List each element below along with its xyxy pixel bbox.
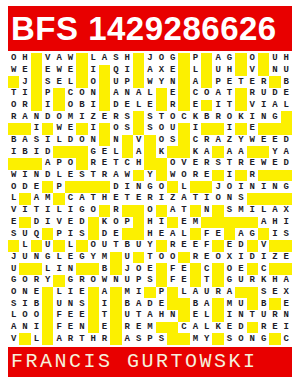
grid-cell: G [224, 53, 235, 65]
grid-cell: I [88, 123, 99, 135]
grid-cell [235, 53, 246, 65]
grid-cell: G [88, 146, 99, 158]
grid-cell: T [99, 310, 110, 322]
grid-cell [178, 298, 189, 310]
grid-cell: A [212, 135, 223, 147]
grid-cell [269, 298, 280, 310]
grid-cell [133, 205, 144, 217]
grid-cell [258, 228, 269, 240]
grid-cell: O [8, 100, 19, 112]
grid-cell [110, 310, 121, 322]
grid-cell: A [212, 88, 223, 100]
grid-cell: R [247, 170, 258, 182]
grid-cell: O [110, 123, 121, 135]
grid-cell [133, 228, 144, 240]
grid-cell: M [224, 298, 235, 310]
grid-cell: Y [144, 240, 155, 252]
grid-cell [31, 65, 42, 77]
grid-cell: H [269, 275, 280, 287]
grid-cell [133, 111, 144, 123]
grid-cell: N [88, 135, 99, 147]
grid-cell: Z [88, 111, 99, 123]
grid-cell [178, 252, 189, 264]
grid-cell: B [122, 240, 133, 252]
grid-cell: E [133, 322, 144, 334]
grid-cell [42, 123, 53, 135]
grid-cell [8, 123, 19, 135]
grid-cell: X [156, 65, 167, 77]
grid-cell [99, 123, 110, 135]
grid-cell [247, 322, 258, 334]
grid-cell [42, 298, 53, 310]
grid-cell: L [258, 205, 269, 217]
grid-cell: O [19, 275, 30, 287]
grid-cell: M [65, 111, 76, 123]
grid-cell: E [269, 322, 280, 334]
grid-cell: A [19, 111, 30, 123]
grid-cell: R [110, 111, 121, 123]
grid-cell: N [31, 111, 42, 123]
grid-cell: S [133, 333, 144, 345]
grid-cell: A [99, 53, 110, 65]
grid-cell: D [42, 146, 53, 158]
grid-cell [156, 322, 167, 334]
grid-cell [99, 205, 110, 217]
grid-cell: I [212, 100, 223, 112]
grid-cell: I [65, 228, 76, 240]
grid-cell: S [110, 53, 121, 65]
grid-cell [133, 170, 144, 182]
grid-cell: O [224, 263, 235, 275]
grid-cell [99, 88, 110, 100]
grid-cell [190, 263, 201, 275]
grid-cell: D [42, 111, 53, 123]
grid-cell: S [224, 205, 235, 217]
grid-cell: H [144, 217, 155, 229]
grid-cell [201, 217, 212, 229]
grid-cell: I [235, 252, 246, 264]
grid-cell: I [247, 205, 258, 217]
grid-cell: E [190, 100, 201, 112]
grid-cell: I [99, 298, 110, 310]
grid-cell: L [53, 252, 64, 264]
grid-cell: W [8, 65, 19, 77]
grid-cell: I [258, 252, 269, 264]
grid-cell: A [190, 76, 201, 88]
grid-cell: E [133, 193, 144, 205]
grid-cell [212, 146, 223, 158]
grid-cell: N [247, 181, 258, 193]
grid-cell: E [144, 263, 155, 275]
grid-cell [53, 193, 64, 205]
grid-cell: S [76, 228, 87, 240]
grid-cell: R [8, 111, 19, 123]
grid-cell: R [269, 310, 280, 322]
grid-cell [42, 310, 53, 322]
grid-cell: U [281, 65, 292, 77]
grid-cell [144, 158, 155, 170]
grid-cell [258, 53, 269, 65]
grid-cell: L [53, 135, 64, 147]
grid-cell [88, 298, 99, 310]
grid-cell: K [156, 146, 167, 158]
grid-cell: E [65, 170, 76, 182]
grid-cell [247, 240, 258, 252]
grid-cell: A [281, 275, 292, 287]
grid-cell: E [247, 123, 258, 135]
grid-cell [247, 217, 258, 229]
grid-cell: O [201, 88, 212, 100]
grid-cell: H [88, 333, 99, 345]
grid-cell: I [31, 146, 42, 158]
grid-cell [88, 322, 99, 334]
grid-cell: X [224, 252, 235, 264]
grid-cell [224, 228, 235, 240]
grid-cell: L [53, 170, 64, 182]
grid-cell [167, 333, 178, 345]
grid-cell: T [110, 158, 121, 170]
grid-cell: E [99, 322, 110, 334]
grid-cell: N [31, 170, 42, 182]
grid-cell: F [201, 240, 212, 252]
grid-cell: R [88, 158, 99, 170]
grid-cell: A [99, 287, 110, 299]
grid-cell [212, 275, 223, 287]
grid-cell: N [235, 310, 246, 322]
grid-cell: S [212, 158, 223, 170]
grid-cell [212, 333, 223, 345]
grid-cell: N [122, 88, 133, 100]
grid-cell: R [247, 275, 258, 287]
grid-cell: B [281, 76, 292, 88]
grid-cell [110, 252, 121, 264]
grid-cell [65, 146, 76, 158]
grid-cell: D [281, 158, 292, 170]
grid-cell: D [110, 100, 121, 112]
grid-cell [76, 181, 87, 193]
grid-cell [167, 146, 178, 158]
grid-cell: N [110, 275, 121, 287]
grid-cell: Q [110, 65, 121, 77]
grid-cell: J [144, 53, 155, 65]
grid-cell: E [42, 65, 53, 77]
grid-cell: D [235, 322, 246, 334]
grid-cell: V [258, 240, 269, 252]
grid-cell: P [212, 76, 223, 88]
grid-cell [53, 146, 64, 158]
grid-cell: T [110, 240, 121, 252]
grid-cell: A [201, 298, 212, 310]
grid-cell: M [235, 205, 246, 217]
grid-cell [167, 217, 178, 229]
grid-cell [42, 228, 53, 240]
grid-cell [110, 298, 121, 310]
grid-cell: W [247, 135, 258, 147]
grid-cell: W [65, 53, 76, 65]
grid-cell [167, 181, 178, 193]
grid-cell: O [8, 53, 19, 65]
grid-cell [8, 158, 19, 170]
grid-cell: B [99, 263, 110, 275]
grid-cell: R [212, 111, 223, 123]
grid-cell [99, 181, 110, 193]
grid-cell: E [167, 65, 178, 77]
grid-cell: T [247, 310, 258, 322]
grid-cell: O [167, 158, 178, 170]
grid-cell [178, 53, 189, 65]
grid-cell [258, 193, 269, 205]
grid-cell: E [190, 310, 201, 322]
grid-cell [212, 263, 223, 275]
grid-cell: T [144, 252, 155, 264]
grid-cell [156, 240, 167, 252]
grid-cell [178, 123, 189, 135]
grid-cell: L [144, 88, 155, 100]
grid-cell: W [258, 158, 269, 170]
grid-cell: A [269, 100, 280, 112]
grid-cell: E [65, 123, 76, 135]
grid-cell [76, 263, 87, 275]
grid-cell: D [76, 217, 87, 229]
grid-cell: N [65, 298, 76, 310]
grid-cell [258, 146, 269, 158]
grid-cell: A [235, 146, 246, 158]
grid-cell: O [76, 88, 87, 100]
grid-cell: I [258, 181, 269, 193]
grid-cell: U [19, 228, 30, 240]
grid-cell: Q [31, 228, 42, 240]
grid-cell: N [110, 135, 121, 147]
grid-cell: J [19, 76, 30, 88]
grid-cell [269, 333, 280, 345]
grid-cell [156, 88, 167, 100]
grid-cell [212, 205, 223, 217]
grid-cell: R [65, 333, 76, 345]
grid-cell: N [281, 310, 292, 322]
grid-cell: P [190, 53, 201, 65]
grid-cell: I [31, 123, 42, 135]
grid-cell: N [65, 263, 76, 275]
grid-cell: C [190, 88, 201, 100]
grid-cell: S [144, 275, 155, 287]
grid-cell: T [190, 193, 201, 205]
grid-cell: A [133, 146, 144, 158]
grid-cell: L [178, 181, 189, 193]
grid-cell: I [42, 135, 53, 147]
grid-cell: O [8, 287, 19, 299]
grid-cell: S [8, 298, 19, 310]
grid-cell: K [258, 275, 269, 287]
grid-cell [53, 88, 64, 100]
grid-cell: O [156, 53, 167, 65]
grid-cell: E [65, 65, 76, 77]
grid-cell: B [19, 146, 30, 158]
grid-cell: J [8, 252, 19, 264]
grid-cell [99, 65, 110, 77]
grid-cell: E [178, 240, 189, 252]
grid-cell: L [133, 100, 144, 112]
grid-cell: E [224, 322, 235, 334]
grid-cell [235, 65, 246, 77]
grid-cell: R [99, 333, 110, 345]
grid-cell [19, 263, 30, 275]
grid-cell: M [99, 252, 110, 264]
grid-cell: R [235, 158, 246, 170]
grid-cell [247, 193, 258, 205]
grid-cell: G [224, 275, 235, 287]
grid-cell [156, 263, 167, 275]
grid-cell: O [144, 205, 155, 217]
grid-cell: I [156, 193, 167, 205]
grid-cell [201, 181, 212, 193]
grid-cell: D [110, 181, 121, 193]
grid-cell: A [8, 322, 19, 334]
grid-cell: S [144, 123, 155, 135]
grid-cell: U [167, 123, 178, 135]
grid-cell: H [156, 310, 167, 322]
grid-cell [19, 158, 30, 170]
grid-cell: E [178, 263, 189, 275]
grid-cell: T [31, 205, 42, 217]
grid-cell [76, 65, 87, 77]
grid-cell: O [178, 170, 189, 182]
grid-cell [156, 205, 167, 217]
grid-cell: K [235, 111, 246, 123]
grid-cell: I [53, 263, 64, 275]
grid-cell: N [201, 205, 212, 217]
grid-cell [269, 123, 280, 135]
grid-cell: W [8, 170, 19, 182]
grid-cell: D [65, 135, 76, 147]
grid-cell: I [224, 123, 235, 135]
grid-cell: I [281, 217, 292, 229]
grid-cell: Y [88, 252, 99, 264]
grid-cell [167, 322, 178, 334]
grid-cell: R [190, 170, 201, 182]
grid-cell: S [122, 123, 133, 135]
grid-cell: U [110, 76, 121, 88]
grid-cell [269, 170, 280, 182]
grid-cell: S [224, 333, 235, 345]
grid-cell: W [99, 275, 110, 287]
grid-cell: Y [235, 135, 246, 147]
grid-cell: Y [144, 170, 155, 182]
grid-cell: U [258, 310, 269, 322]
grid-cell: G [65, 275, 76, 287]
grid-cell: Y [201, 333, 212, 345]
grid-cell: O [88, 205, 99, 217]
grid-cell: I [122, 65, 133, 77]
grid-cell [133, 217, 144, 229]
grid-cell: I [42, 205, 53, 217]
grid-cell: N [247, 333, 258, 345]
grid-cell: I [65, 205, 76, 217]
grid-cell: O [133, 263, 144, 275]
grid-cell [31, 53, 42, 65]
grid-cell: X [281, 205, 292, 217]
grid-cell: U [122, 275, 133, 287]
grid-cell: R [201, 158, 212, 170]
grid-cell: N [31, 252, 42, 264]
grid-cell: M [42, 193, 53, 205]
grid-cell: D [42, 170, 53, 182]
grid-cell: R [190, 252, 201, 264]
grid-cell: U [235, 275, 246, 287]
grid-cell: N [224, 193, 235, 205]
grid-cell: K [190, 111, 201, 123]
grid-cell: E [156, 298, 167, 310]
grid-cell: E [99, 146, 110, 158]
grid-cell: B [122, 298, 133, 310]
grid-cell [31, 100, 42, 112]
grid-cell: U [235, 298, 246, 310]
grid-cell: V [53, 217, 64, 229]
grid-cell [178, 310, 189, 322]
grid-cell: I [42, 217, 53, 229]
grid-cell: P [122, 76, 133, 88]
grid-cell [156, 100, 167, 112]
grid-cell [76, 146, 87, 158]
grid-cell: T [224, 88, 235, 100]
grid-cell [122, 135, 133, 147]
grid-cell [8, 76, 19, 88]
grid-cell: G [76, 205, 87, 217]
grid-cell: E [224, 240, 235, 252]
grid-cell: V [133, 135, 144, 147]
grid-cell: I [247, 111, 258, 123]
grid-cell: B [76, 100, 87, 112]
grid-cell [110, 333, 121, 345]
grid-cell [19, 123, 30, 135]
grid-cell: D [247, 252, 258, 264]
grid-cell: E [76, 287, 87, 299]
grid-cell: E [281, 298, 292, 310]
grid-cell [178, 100, 189, 112]
grid-cell [133, 53, 144, 65]
grid-cell: T [88, 193, 99, 205]
grid-cell [31, 88, 42, 100]
grid-cell: I [76, 111, 87, 123]
grid-cell: E [190, 240, 201, 252]
grid-cell: S [122, 111, 133, 123]
grid-cell: I [8, 146, 19, 158]
grid-cell: E [65, 310, 76, 322]
grid-cell: E [269, 287, 280, 299]
grid-cell: I [19, 170, 30, 182]
grid-cell: T [122, 193, 133, 205]
grid-cell [247, 146, 258, 158]
grid-cell: O [212, 252, 223, 264]
grid-cell [201, 123, 212, 135]
grid-cell: P [144, 333, 155, 345]
grid-cell: A [224, 146, 235, 158]
grid-cell: D [99, 228, 110, 240]
grid-cell: T [8, 88, 19, 100]
grid-cell: E [224, 76, 235, 88]
grid-cell: E [281, 252, 292, 264]
grid-cell: R [167, 100, 178, 112]
grid-cell: L [53, 287, 64, 299]
grid-cell [212, 217, 223, 229]
grid-cell: I [133, 287, 144, 299]
grid-cell: C [65, 88, 76, 100]
grid-cell: L [42, 263, 53, 275]
grid-cell [212, 310, 223, 322]
grid-cell [88, 263, 99, 275]
grid-cell [281, 111, 292, 123]
grid-cell: R [110, 205, 121, 217]
grid-cell: A [133, 298, 144, 310]
